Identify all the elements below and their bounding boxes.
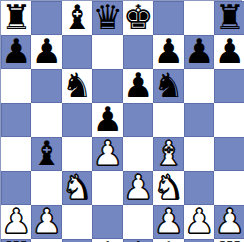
- square-c3[interactable]: ♞: [62, 171, 92, 205]
- square-c5[interactable]: [62, 103, 92, 137]
- square-e3[interactable]: ♟: [123, 171, 153, 205]
- square-h3[interactable]: [214, 171, 244, 205]
- white-bishop: ♝: [153, 136, 183, 170]
- square-f2[interactable]: ♟: [153, 205, 183, 239]
- square-c8[interactable]: ♝: [62, 1, 92, 35]
- square-a2[interactable]: ♟: [1, 205, 31, 239]
- black-pawn: ♟: [153, 34, 183, 68]
- square-b2[interactable]: ♟: [31, 205, 61, 239]
- square-h4[interactable]: [214, 137, 244, 171]
- black-pawn: ♟: [31, 34, 61, 68]
- white-pawn: ♟: [123, 170, 153, 204]
- square-a3[interactable]: [1, 171, 31, 205]
- square-g3[interactable]: [184, 171, 214, 205]
- square-d6[interactable]: [92, 69, 122, 103]
- white-bishop: ♝: [153, 238, 183, 242]
- square-b3[interactable]: [31, 171, 61, 205]
- square-g7[interactable]: ♟: [184, 35, 214, 69]
- square-e6[interactable]: ♟: [123, 69, 153, 103]
- black-pawn: ♟: [92, 102, 122, 136]
- square-d5[interactable]: ♟: [92, 103, 122, 137]
- square-e5[interactable]: [123, 103, 153, 137]
- square-d3[interactable]: [92, 171, 122, 205]
- square-c4[interactable]: [62, 137, 92, 171]
- black-rook: ♜: [1, 0, 31, 34]
- square-c7[interactable]: [62, 35, 92, 69]
- square-b7[interactable]: ♟: [31, 35, 61, 69]
- black-rook: ♜: [214, 0, 244, 34]
- square-e7[interactable]: [123, 35, 153, 69]
- white-pawn: ♟: [153, 204, 183, 238]
- square-h6[interactable]: [214, 69, 244, 103]
- white-pawn: ♟: [92, 136, 122, 170]
- black-bishop: ♝: [62, 0, 92, 34]
- square-f8[interactable]: [153, 1, 183, 35]
- square-f6[interactable]: ♞: [153, 69, 183, 103]
- square-d8[interactable]: ♛: [92, 1, 122, 35]
- black-pawn: ♟: [123, 68, 153, 102]
- white-king: ♚: [123, 238, 153, 242]
- square-f4[interactable]: ♝: [153, 137, 183, 171]
- square-b4[interactable]: ♝: [31, 137, 61, 171]
- white-rook: ♜: [1, 238, 31, 242]
- white-pawn: ♟: [1, 204, 31, 238]
- square-e4[interactable]: [123, 137, 153, 171]
- square-h8[interactable]: ♜: [214, 1, 244, 35]
- square-a8[interactable]: ♜: [1, 1, 31, 35]
- square-h2[interactable]: ♟: [214, 205, 244, 239]
- white-pawn: ♟: [31, 204, 61, 238]
- black-queen: ♛: [92, 0, 122, 34]
- black-pawn: ♟: [214, 34, 244, 68]
- square-g4[interactable]: [184, 137, 214, 171]
- square-d7[interactable]: [92, 35, 122, 69]
- square-e8[interactable]: ♚: [123, 1, 153, 35]
- square-g2[interactable]: ♟: [184, 205, 214, 239]
- white-rook: ♜: [214, 238, 244, 242]
- square-c6[interactable]: ♞: [62, 69, 92, 103]
- white-queen: ♛: [92, 238, 122, 242]
- black-knight: ♞: [62, 68, 92, 102]
- black-knight: ♞: [153, 68, 183, 102]
- black-pawn: ♟: [184, 34, 214, 68]
- black-pawn: ♟: [1, 34, 31, 68]
- square-h5[interactable]: [214, 103, 244, 137]
- square-e2[interactable]: [123, 205, 153, 239]
- white-pawn: ♟: [184, 204, 214, 238]
- black-bishop: ♝: [31, 136, 61, 170]
- white-knight: ♞: [153, 170, 183, 204]
- white-knight: ♞: [62, 170, 92, 204]
- square-g8[interactable]: [184, 1, 214, 35]
- square-f3[interactable]: ♞: [153, 171, 183, 205]
- black-king: ♚: [123, 0, 153, 34]
- square-f7[interactable]: ♟: [153, 35, 183, 69]
- square-b5[interactable]: [31, 103, 61, 137]
- square-b6[interactable]: [31, 69, 61, 103]
- square-b8[interactable]: [31, 1, 61, 35]
- square-g6[interactable]: [184, 69, 214, 103]
- square-h7[interactable]: ♟: [214, 35, 244, 69]
- square-g5[interactable]: [184, 103, 214, 137]
- square-f5[interactable]: [153, 103, 183, 137]
- chess-board: ♜♝♛♚♜♟♟♟♟♟♞♟♞♟♝♟♝♞♟♞♟♟♟♟♟♜♛♚♝♜: [0, 0, 242, 242]
- square-c2[interactable]: [62, 205, 92, 239]
- white-pawn: ♟: [214, 204, 244, 238]
- square-a5[interactable]: [1, 103, 31, 137]
- square-a7[interactable]: ♟: [1, 35, 31, 69]
- square-d2[interactable]: [92, 205, 122, 239]
- square-d4[interactable]: ♟: [92, 137, 122, 171]
- square-a4[interactable]: [1, 137, 31, 171]
- square-a6[interactable]: [1, 69, 31, 103]
